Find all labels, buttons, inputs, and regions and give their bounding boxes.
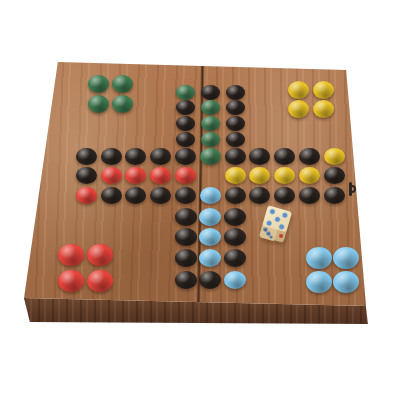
track-cell <box>148 115 173 131</box>
track-cell <box>223 165 248 185</box>
ball-dark[interactable] <box>199 271 221 289</box>
track-cell <box>99 131 124 147</box>
track-cell <box>198 185 223 206</box>
track-cell <box>272 247 297 268</box>
track-cell <box>124 131 149 147</box>
track-cell <box>198 227 223 247</box>
track-cell <box>74 165 99 185</box>
track-cell <box>99 185 124 206</box>
ball-dark[interactable] <box>274 187 295 204</box>
ball-yellow[interactable] <box>225 167 246 184</box>
ball-green[interactable] <box>201 100 220 115</box>
track-cell <box>148 100 173 115</box>
home-area-yellow <box>286 80 336 118</box>
ball-green[interactable] <box>201 116 220 131</box>
die-pip <box>269 209 275 215</box>
track-cell <box>74 185 99 206</box>
ball-dark[interactable] <box>76 167 97 184</box>
home-ball-yellow[interactable] <box>313 81 334 99</box>
ball-dark[interactable] <box>150 148 171 165</box>
ball-dark[interactable] <box>249 187 270 204</box>
home-area-blue <box>306 246 359 294</box>
ball-dark[interactable] <box>125 187 146 204</box>
track-cell <box>198 115 223 131</box>
track-cell <box>148 185 173 206</box>
track-cell <box>124 185 149 206</box>
track-cell <box>148 131 173 147</box>
ball-dark[interactable] <box>274 148 295 165</box>
track-cell <box>248 100 273 115</box>
ball-dark[interactable] <box>150 187 171 204</box>
ball-red[interactable] <box>76 187 97 204</box>
home-ball-yellow[interactable] <box>288 100 309 118</box>
track-cell <box>272 268 297 291</box>
track-cell <box>198 100 223 115</box>
ball-red[interactable] <box>101 167 122 184</box>
ball-dark[interactable] <box>175 228 197 246</box>
ball-dark[interactable] <box>175 271 197 289</box>
track-cell <box>99 147 124 165</box>
track-cell <box>124 206 149 227</box>
track-cell <box>272 131 297 147</box>
track-cell <box>173 100 198 115</box>
track-cell <box>124 227 149 247</box>
die-red-pip <box>278 233 283 238</box>
metal-latch-icon <box>347 181 356 198</box>
track-cell <box>173 84 198 100</box>
track-cell <box>124 115 149 131</box>
ball-dark[interactable] <box>125 148 146 165</box>
track-cell <box>124 247 149 268</box>
ball-dark[interactable] <box>226 100 245 115</box>
ball-dark[interactable] <box>175 249 197 267</box>
ball-dark[interactable] <box>175 148 196 165</box>
ball-blue[interactable] <box>224 271 246 289</box>
track-cell <box>272 185 297 206</box>
track-cell <box>198 84 223 100</box>
ball-dark[interactable] <box>176 116 195 131</box>
ball-blue[interactable] <box>199 249 221 267</box>
track-cell <box>74 115 99 131</box>
ball-yellow[interactable] <box>324 148 345 165</box>
track-cell <box>148 247 173 268</box>
track-cell <box>223 185 248 206</box>
track-cell <box>322 206 347 227</box>
ball-dark[interactable] <box>224 208 246 226</box>
track-cell <box>248 115 273 131</box>
track-cell <box>272 165 297 185</box>
track-cell <box>272 147 297 165</box>
home-ball-green[interactable] <box>112 95 133 113</box>
track-cell <box>148 206 173 227</box>
track-cell <box>248 131 273 147</box>
track-cell <box>223 147 248 165</box>
home-area-red <box>57 242 114 294</box>
ball-blue[interactable] <box>200 187 221 204</box>
die-pip <box>269 235 273 239</box>
track-cell <box>297 165 322 185</box>
track-cell <box>322 227 347 247</box>
die-pip <box>274 216 280 222</box>
home-ball-yellow[interactable] <box>313 100 334 118</box>
track-cell <box>297 147 322 165</box>
track-cell <box>248 147 273 165</box>
ball-dark[interactable] <box>225 187 246 204</box>
track-cell <box>198 165 223 185</box>
ball-dark[interactable] <box>225 148 246 165</box>
ball-dark[interactable] <box>175 208 197 226</box>
track-cell <box>223 115 248 131</box>
track-cell <box>198 247 223 268</box>
home-ball-blue[interactable] <box>306 271 332 293</box>
ball-dark[interactable] <box>226 85 245 100</box>
track-cell <box>297 185 322 206</box>
track-cell <box>124 147 149 165</box>
ball-dark[interactable] <box>249 148 270 165</box>
wooden-board <box>24 62 366 306</box>
track-cell <box>223 84 248 100</box>
ball-dark[interactable] <box>175 187 196 204</box>
track-cell <box>223 268 248 291</box>
home-ball-green[interactable] <box>112 75 133 93</box>
track-cell <box>124 165 149 185</box>
track-cell <box>74 147 99 165</box>
ball-yellow[interactable] <box>274 167 295 184</box>
track-cell <box>322 147 347 165</box>
track-cell <box>173 227 198 247</box>
track-cell <box>198 147 223 165</box>
track-cell <box>322 185 347 206</box>
home-ball-blue[interactable] <box>306 247 332 269</box>
ball-green[interactable] <box>176 85 195 100</box>
ball-dark[interactable] <box>299 187 320 204</box>
track-cell <box>148 227 173 247</box>
ball-red[interactable] <box>125 167 146 184</box>
track-cell <box>99 165 124 185</box>
track-cell <box>322 165 347 185</box>
ball-dark[interactable] <box>101 148 122 165</box>
track-cell <box>148 268 173 291</box>
die-pip <box>282 212 288 218</box>
home-ball-green[interactable] <box>88 95 109 113</box>
ball-dark[interactable] <box>176 100 195 115</box>
ball-dark[interactable] <box>324 167 345 184</box>
home-ball-red[interactable] <box>87 244 113 266</box>
track-cell <box>173 131 198 147</box>
track-cell <box>148 165 173 185</box>
ball-dark[interactable] <box>299 148 320 165</box>
ball-blue[interactable] <box>199 208 221 226</box>
ball-dark[interactable] <box>176 132 195 147</box>
photo-stage <box>0 0 400 400</box>
ball-blue[interactable] <box>199 228 221 246</box>
home-ball-blue[interactable] <box>333 247 359 269</box>
track-cell <box>148 147 173 165</box>
home-ball-yellow[interactable] <box>288 81 309 99</box>
home-ball-red[interactable] <box>58 270 84 292</box>
track-cell <box>223 131 248 147</box>
ball-dark[interactable] <box>224 249 246 267</box>
ball-dark[interactable] <box>201 85 220 100</box>
track-cell <box>173 185 198 206</box>
ball-dark[interactable] <box>224 228 246 246</box>
track-cell <box>173 165 198 185</box>
track-cell <box>248 247 273 268</box>
latch-loop <box>350 185 356 193</box>
track-cell <box>99 206 124 227</box>
track-cell <box>99 115 124 131</box>
track-cell <box>173 115 198 131</box>
track-cell <box>297 206 322 227</box>
ball-green[interactable] <box>200 148 221 165</box>
track-cell <box>297 131 322 147</box>
track-cell <box>173 268 198 291</box>
track-cell <box>248 165 273 185</box>
home-ball-red[interactable] <box>87 270 113 292</box>
track-cell <box>248 268 273 291</box>
track-cell <box>173 206 198 227</box>
track-cell <box>223 227 248 247</box>
die-pip <box>279 223 285 229</box>
track-cell <box>124 268 149 291</box>
home-ball-blue[interactable] <box>333 271 359 293</box>
track-cell <box>74 131 99 147</box>
track-cell <box>248 185 273 206</box>
track-cell <box>322 131 347 147</box>
track-cell <box>74 206 99 227</box>
home-ball-red[interactable] <box>58 244 84 266</box>
home-ball-green[interactable] <box>88 75 109 93</box>
ball-dark[interactable] <box>226 132 245 147</box>
ball-green[interactable] <box>201 132 220 147</box>
track-cell <box>173 147 198 165</box>
track-cell <box>223 100 248 115</box>
track-cell <box>148 84 173 100</box>
ball-dark[interactable] <box>101 187 122 204</box>
ball-dark[interactable] <box>324 187 345 204</box>
track-cell <box>248 84 273 100</box>
track-cell <box>173 247 198 268</box>
track-cell <box>198 206 223 227</box>
track-cell <box>198 268 223 291</box>
ball-yellow[interactable] <box>249 167 270 184</box>
track-cell <box>198 131 223 147</box>
home-area-green <box>86 74 134 114</box>
ball-dark[interactable] <box>226 116 245 131</box>
ball-red[interactable] <box>150 167 171 184</box>
track-cell <box>223 206 248 227</box>
ball-yellow[interactable] <box>299 167 320 184</box>
ball-dark[interactable] <box>76 148 97 165</box>
die-pip <box>266 220 272 226</box>
track-cell <box>297 227 322 247</box>
ball-red[interactable] <box>175 167 196 184</box>
track-cell <box>223 247 248 268</box>
